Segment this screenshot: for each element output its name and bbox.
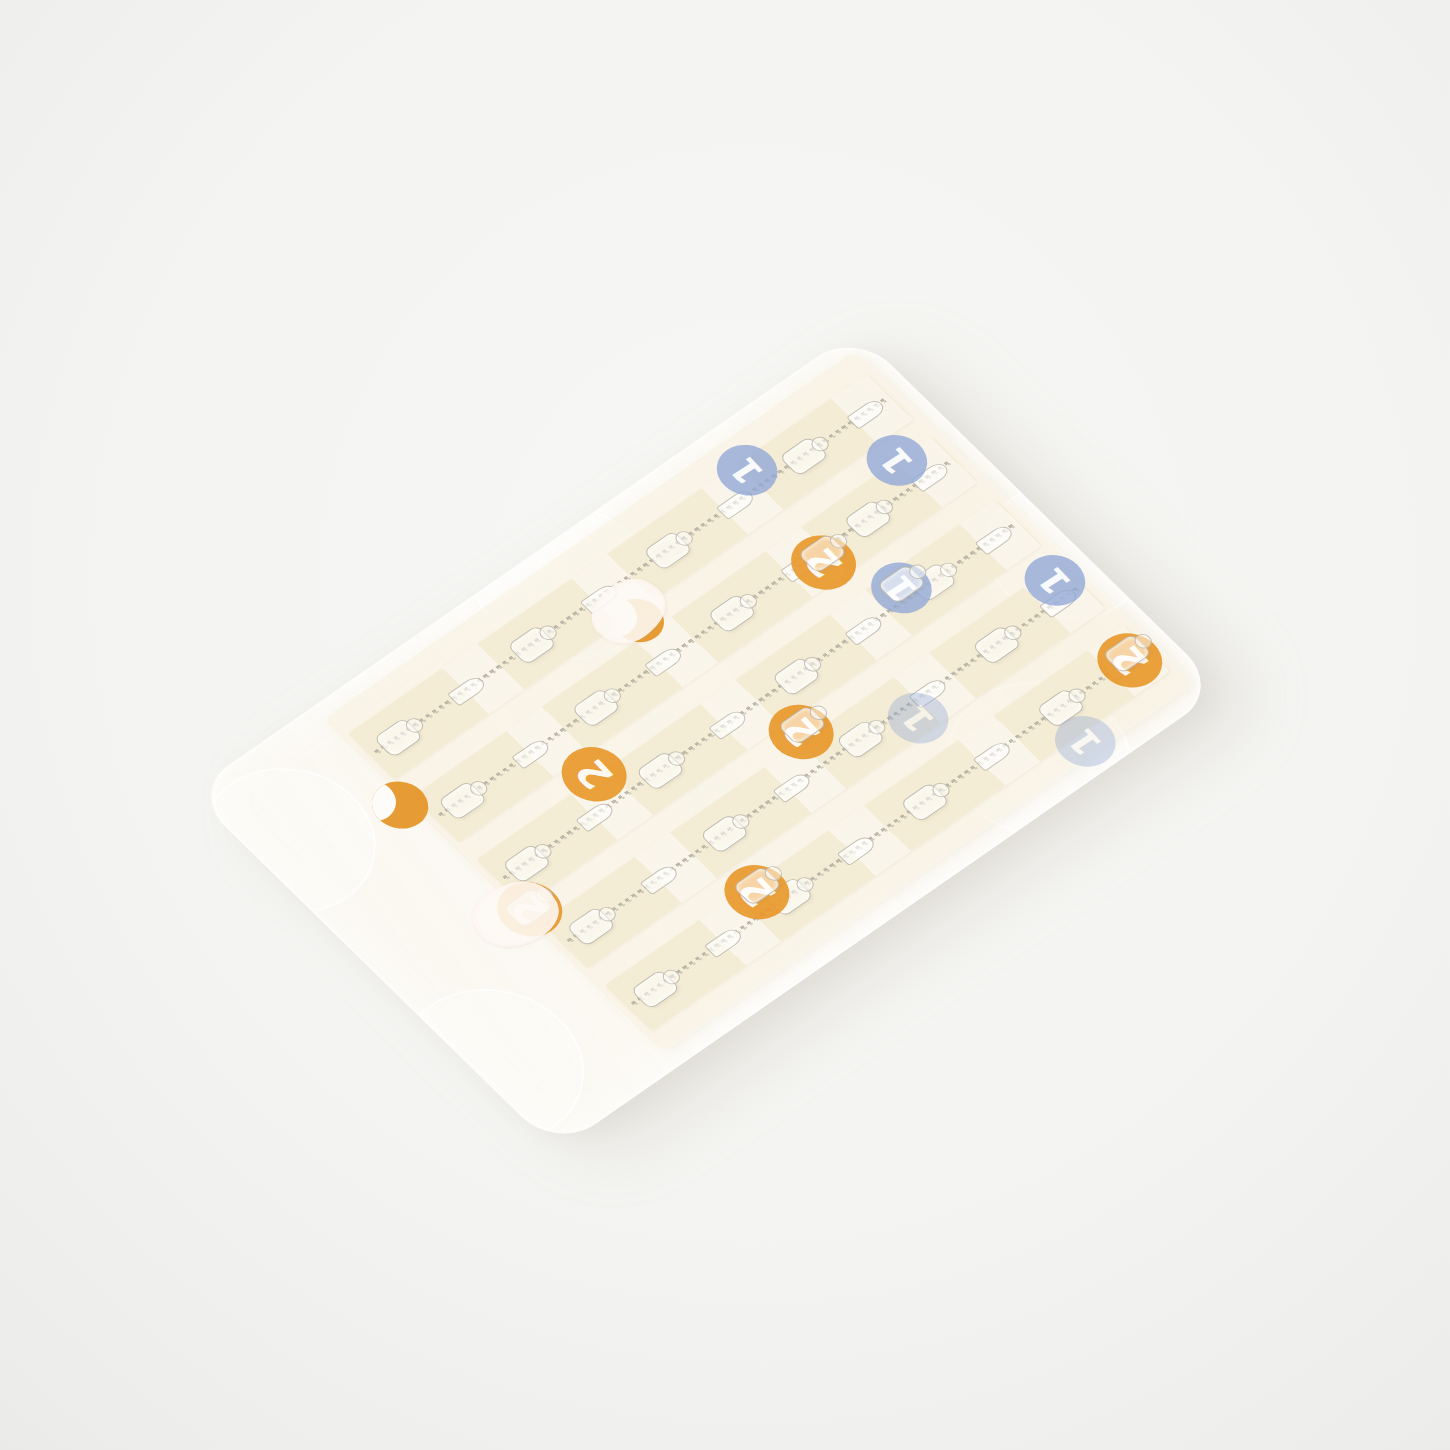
photo-canvas: 1 1 1 1 1 1 2 2 2 2 2 2 — [0, 0, 1450, 1450]
zip-lock-device — [876, 564, 927, 605]
zip-lock-device — [732, 865, 783, 906]
device-overlay-layer — [192, 332, 1221, 1150]
zip-lock-device — [777, 705, 828, 746]
suture-pack: 1 1 1 1 1 1 2 2 2 2 2 2 — [190, 330, 1222, 1151]
zip-lock-device — [797, 533, 848, 574]
foam-pad — [579, 568, 679, 654]
zip-lock-device — [1102, 633, 1153, 674]
foam-pad — [459, 871, 571, 958]
